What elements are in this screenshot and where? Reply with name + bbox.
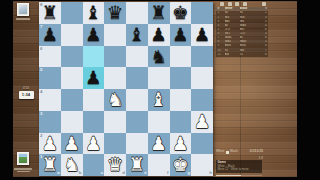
black-move: Be7	[240, 28, 256, 31]
piece-white-pawn-b2[interactable]: ♟	[61, 133, 83, 155]
black-move: O-O	[240, 32, 256, 35]
rank-label: 3	[40, 112, 42, 116]
square-a7[interactable]: 7♟	[39, 24, 61, 46]
black-move: bxc6	[240, 44, 256, 47]
square-f8[interactable]: ♜	[148, 2, 170, 24]
progress-bar-fill	[216, 175, 241, 177]
file-label: h	[209, 171, 212, 175]
menu-icon[interactable]	[220, 2, 224, 6]
move-list[interactable]: #WhiteBlackt 1e4e522Nf3Nc633Bb5Nf654d4ex…	[216, 7, 268, 57]
piece-black-pawn-c5[interactable]: ♟	[83, 67, 105, 89]
square-d1[interactable]: d♛	[104, 154, 126, 176]
square-g1[interactable]: g♚	[170, 154, 192, 176]
extra-numbers: 1 8	[216, 156, 263, 160]
square-h7[interactable]: ♟	[191, 24, 213, 46]
square-g8[interactable]: ♚	[170, 2, 192, 24]
move-list-row[interactable]: 5O-OBe76	[216, 27, 268, 31]
piece-white-pawn-g2[interactable]: ♟	[170, 133, 192, 155]
white-move: Nf3	[225, 16, 240, 19]
square-h3[interactable]: ♟	[191, 111, 213, 133]
piece-black-pawn-g7[interactable]: ♟	[170, 24, 192, 46]
move-time: 7	[256, 49, 269, 52]
square-f5[interactable]	[148, 67, 170, 89]
file-label: b	[79, 171, 82, 175]
square-g4[interactable]	[170, 89, 192, 111]
progress-bar	[216, 175, 262, 177]
move-list-row[interactable]: 9Bxc6bxc64	[216, 44, 268, 48]
move-time: 8	[256, 36, 269, 39]
picture-icon	[19, 5, 27, 14]
players-status-row: White Black 0:13 0:25	[216, 149, 263, 155]
square-g5[interactable]	[170, 67, 192, 89]
clock-widget: 4:10 1:34	[13, 86, 39, 99]
move-number: 9	[216, 44, 225, 47]
move-list-row[interactable]: 7Nxd4d58	[216, 36, 268, 40]
white-move: O-O	[225, 28, 240, 31]
rank-label: 7	[40, 25, 42, 29]
rank-label: 2	[40, 134, 42, 138]
square-e3[interactable]	[126, 111, 148, 133]
book-icon[interactable]	[243, 2, 247, 6]
landscape-picture-icon	[19, 154, 27, 163]
square-a4[interactable]: 4	[39, 89, 61, 111]
square-e8[interactable]	[126, 2, 148, 24]
black-move: exd4	[240, 24, 256, 27]
square-d3[interactable]	[104, 111, 126, 133]
game-info-box: Game White – Black Move 12 · White to mo…	[216, 160, 262, 173]
rank-label: 8	[40, 3, 42, 7]
square-f7[interactable]: ♟	[148, 24, 170, 46]
square-d6[interactable]	[104, 46, 126, 68]
square-h5[interactable]	[191, 67, 213, 89]
move-number: 7	[216, 36, 225, 39]
square-a6[interactable]: 6	[39, 46, 61, 68]
white-move: Re1	[225, 32, 240, 35]
piece-black-bishop-e7[interactable]: ♝	[126, 24, 148, 46]
square-b7[interactable]	[61, 24, 83, 46]
square-a3[interactable]: 3	[39, 111, 61, 133]
piece-black-knight-f6[interactable]: ♞	[148, 46, 170, 68]
rank-label: 1	[40, 155, 42, 159]
square-f3[interactable]	[148, 111, 170, 133]
white-move: d4	[225, 24, 240, 27]
square-b3[interactable]	[61, 111, 83, 133]
piece-black-pawn-f7[interactable]: ♟	[148, 24, 170, 46]
move-list-row[interactable]: 10h3Nf67	[216, 48, 268, 52]
move-list-row[interactable]: 3Bb5Nf65	[216, 19, 268, 23]
square-c3[interactable]	[83, 111, 105, 133]
square-e5[interactable]	[126, 67, 148, 89]
chess-board[interactable]: 8♜♝♛♜♚7♟♟♝♟♟♟6♞5♟4♞♝3♟2♟♟♟♟♟1a♜b♞cd♛e♜fg…	[39, 2, 213, 176]
square-f4[interactable]: ♝	[148, 89, 170, 111]
black-move: d5	[240, 36, 256, 39]
square-h8[interactable]	[191, 2, 213, 24]
move-list-header-cell: White	[225, 7, 240, 10]
square-h1[interactable]: h	[191, 154, 213, 176]
square-f1[interactable]: f	[148, 154, 170, 176]
piece-black-pawn-c7[interactable]: ♟	[83, 24, 105, 46]
clock-widget-label: 4:10	[13, 86, 39, 90]
file-label: g	[188, 171, 191, 175]
white-move: e4	[225, 11, 240, 14]
square-f6[interactable]: ♞	[148, 46, 170, 68]
icon-label	[17, 171, 30, 173]
move-time: 5	[256, 20, 269, 23]
black-move: Nc6	[240, 16, 256, 19]
white-move: Bxc6	[225, 44, 240, 47]
piece-white-bishop-f4[interactable]: ♝	[148, 89, 170, 111]
file-label: a	[57, 171, 59, 175]
desktop-shortcut-icon-top[interactable]	[17, 3, 29, 16]
square-d4[interactable]: ♞	[104, 89, 126, 111]
square-b4[interactable]	[61, 89, 83, 111]
white-move: Bb5	[225, 20, 240, 23]
square-a5[interactable]: 5	[39, 67, 61, 89]
move-time: 2	[256, 11, 269, 14]
white-move: Bf4	[225, 53, 240, 56]
move-list-row[interactable]: 8exd5Nxd55	[216, 40, 268, 44]
icon-label	[16, 18, 30, 20]
clock-times: 0:13 0:25	[250, 150, 263, 153]
move-list-row[interactable]: 6Re1O-O3	[216, 32, 268, 36]
white-player-label: White	[216, 150, 224, 153]
move-list-row[interactable]: 11Bf4c56	[216, 52, 268, 56]
square-d5[interactable]	[104, 67, 126, 89]
board-icon[interactable]	[228, 2, 232, 6]
square-a1[interactable]: 1a♜	[39, 154, 61, 176]
move-number: 6	[216, 32, 225, 35]
flag-icon	[226, 151, 229, 154]
square-e2[interactable]	[126, 133, 148, 155]
move-list-header: #WhiteBlackt	[216, 7, 268, 11]
piece-white-pawn-f2[interactable]: ♟	[148, 133, 170, 155]
square-g7[interactable]: ♟	[170, 24, 192, 46]
black-move: Nf6	[240, 49, 256, 52]
move-time: 6	[256, 53, 269, 56]
square-c5[interactable]: ♟	[83, 67, 105, 89]
move-number: 3	[216, 20, 225, 23]
rank-label: 4	[40, 90, 42, 94]
square-c2[interactable]: ♟	[83, 133, 105, 155]
square-h2[interactable]	[191, 133, 213, 155]
square-c1[interactable]: c	[83, 154, 105, 176]
info-line: Move 12 · White to move	[218, 168, 261, 171]
square-d7[interactable]	[104, 24, 126, 46]
black-move: Nxd5	[240, 40, 256, 43]
side-panel: #WhiteBlackt 1e4e522Nf3Nc633Bb5Nf654d4ex…	[216, 1, 268, 177]
move-list-row[interactable]: 1e4e52	[216, 11, 268, 15]
piece-black-queen-d8[interactable]: ♛	[104, 2, 126, 24]
move-list-header-cell: Black	[240, 7, 256, 10]
white-move: Nxd4	[225, 36, 240, 39]
close-icon[interactable]	[262, 2, 266, 6]
file-label: e	[144, 171, 146, 175]
move-time: 6	[256, 28, 269, 31]
piece-black-pawn-h7[interactable]: ♟	[191, 24, 213, 46]
square-g3[interactable]	[170, 111, 192, 133]
black-move: Nf6	[240, 20, 256, 23]
square-b8[interactable]	[61, 2, 83, 24]
square-h6[interactable]	[191, 46, 213, 68]
square-g2[interactable]: ♟	[170, 133, 192, 155]
rank-label: 5	[40, 68, 42, 72]
white-move: h3	[225, 49, 240, 52]
move-time: 5	[256, 40, 269, 43]
rank-label: 6	[40, 47, 42, 51]
square-c4[interactable]	[83, 89, 105, 111]
square-e4[interactable]	[126, 89, 148, 111]
square-g6[interactable]	[170, 46, 192, 68]
move-number: 8	[216, 40, 225, 43]
move-list-rows: 1e4e522Nf3Nc633Bb5Nf654d4exd445O-OBe766R…	[216, 11, 268, 57]
square-b2[interactable]: ♟	[61, 133, 83, 155]
move-time: 4	[256, 24, 269, 27]
move-list-row[interactable]: 2Nf3Nc63	[216, 15, 268, 19]
square-b5[interactable]	[61, 67, 83, 89]
piece-black-bishop-c8[interactable]: ♝	[83, 2, 105, 24]
square-a2[interactable]: 2♟	[39, 133, 61, 155]
move-number: 11	[216, 53, 225, 56]
icon-label	[14, 168, 32, 170]
move-number: 5	[216, 28, 225, 31]
engine-icon[interactable]	[235, 2, 239, 6]
move-time: 3	[256, 16, 269, 19]
black-move: c5	[240, 53, 256, 56]
square-c8[interactable]: ♝	[83, 2, 105, 24]
move-number: 10	[216, 49, 225, 52]
square-e7[interactable]: ♝	[126, 24, 148, 46]
file-label: c	[101, 171, 103, 175]
move-number: 4	[216, 24, 225, 27]
piece-white-pawn-h3[interactable]: ♟	[191, 111, 213, 133]
square-c6[interactable]	[83, 46, 105, 68]
move-number: 1	[216, 11, 225, 14]
move-list-row[interactable]: 4d4exd44	[216, 23, 268, 27]
square-a8[interactable]: 8♜	[39, 2, 61, 24]
piece-black-king-g8[interactable]: ♚	[170, 2, 192, 24]
file-label: d	[122, 171, 125, 175]
square-e6[interactable]	[126, 46, 148, 68]
square-c7[interactable]: ♟	[83, 24, 105, 46]
square-d8[interactable]: ♛	[104, 2, 126, 24]
square-f2[interactable]: ♟	[148, 133, 170, 155]
black-move: e5	[240, 11, 256, 14]
move-time: 3	[256, 32, 269, 35]
piece-black-rook-f8[interactable]: ♜	[148, 2, 170, 24]
square-b6[interactable]	[61, 46, 83, 68]
desktop-shortcut-icon-bottom[interactable]	[17, 152, 29, 165]
piece-white-pawn-c2[interactable]: ♟	[83, 133, 105, 155]
clock-widget-time: 1:34	[19, 91, 34, 99]
move-list-header-cell: t	[256, 7, 269, 10]
file-label: f	[167, 171, 168, 175]
square-h4[interactable]	[191, 89, 213, 111]
white-move: exd5	[225, 40, 240, 43]
square-d2[interactable]	[104, 133, 126, 155]
move-number: 2	[216, 16, 225, 19]
move-time: 4	[256, 44, 269, 47]
square-e1[interactable]: e♜	[126, 154, 148, 176]
square-b1[interactable]: b♞	[61, 154, 83, 176]
piece-white-knight-d4[interactable]: ♞	[104, 89, 126, 111]
move-list-header-cell: #	[216, 7, 225, 10]
black-player-label: Black	[230, 150, 238, 153]
